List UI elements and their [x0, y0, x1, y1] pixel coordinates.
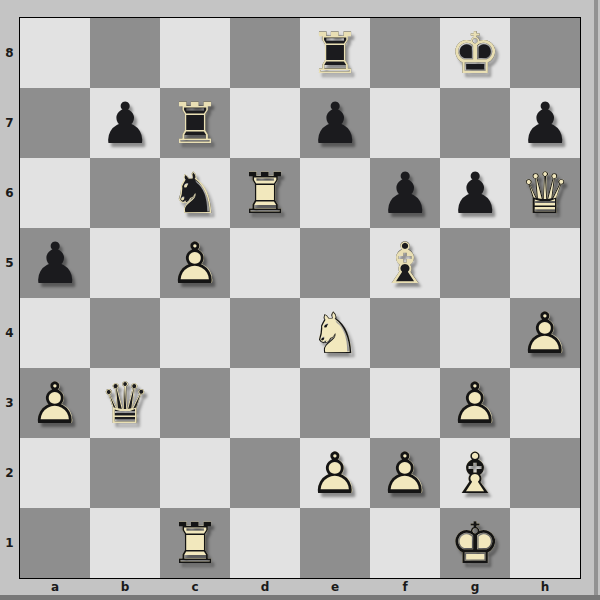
rank-label-3: 3 — [0, 368, 19, 438]
black-rook[interactable]: ♜♖ — [300, 18, 370, 88]
black-pawn[interactable]: ♟♙ — [20, 228, 90, 298]
square-g3[interactable]: ♟♙ — [440, 368, 510, 438]
square-c4[interactable] — [160, 298, 230, 368]
rank-label-1: 1 — [0, 508, 19, 578]
square-h3[interactable] — [510, 368, 580, 438]
file-label-b: b — [90, 579, 160, 595]
white-pawn[interactable]: ♟♙ — [20, 368, 90, 438]
white-pawn[interactable]: ♟♙ — [440, 368, 510, 438]
square-b5[interactable] — [90, 228, 160, 298]
square-f7[interactable] — [370, 88, 440, 158]
square-c3[interactable] — [160, 368, 230, 438]
rank-label-2: 2 — [0, 438, 19, 508]
rank-label-5: 5 — [0, 228, 19, 298]
white-queen[interactable]: ♛♕ — [510, 158, 580, 228]
square-g8[interactable]: ♚♔ — [440, 18, 510, 88]
square-d1[interactable] — [230, 508, 300, 578]
rank-labels: 87654321 — [0, 18, 19, 578]
rank-label-8: 8 — [0, 18, 19, 88]
square-e5[interactable] — [300, 228, 370, 298]
square-a8[interactable] — [20, 18, 90, 88]
black-pawn[interactable]: ♟♙ — [90, 88, 160, 158]
file-label-g: g — [440, 579, 510, 595]
white-king[interactable]: ♚♔ — [440, 508, 510, 578]
file-labels: abcdefgh — [20, 579, 580, 595]
square-f2[interactable]: ♟♙ — [370, 438, 440, 508]
square-g4[interactable] — [440, 298, 510, 368]
square-c6[interactable]: ♞♘ — [160, 158, 230, 228]
square-a1[interactable] — [20, 508, 90, 578]
square-h2[interactable] — [510, 438, 580, 508]
square-e1[interactable] — [300, 508, 370, 578]
square-c7[interactable]: ♜♖ — [160, 88, 230, 158]
square-a4[interactable] — [20, 298, 90, 368]
square-a3[interactable]: ♟♙ — [20, 368, 90, 438]
square-f6[interactable]: ♟♙ — [370, 158, 440, 228]
square-e4[interactable]: ♞♘ — [300, 298, 370, 368]
white-pawn[interactable]: ♟♙ — [300, 438, 370, 508]
square-h7[interactable]: ♟♙ — [510, 88, 580, 158]
square-a5[interactable]: ♟♙ — [20, 228, 90, 298]
rank-label-6: 6 — [0, 158, 19, 228]
square-e8[interactable]: ♜♖ — [300, 18, 370, 88]
square-b8[interactable] — [90, 18, 160, 88]
square-b2[interactable] — [90, 438, 160, 508]
square-h5[interactable] — [510, 228, 580, 298]
square-d8[interactable] — [230, 18, 300, 88]
square-c8[interactable] — [160, 18, 230, 88]
square-b4[interactable] — [90, 298, 160, 368]
black-knight[interactable]: ♞♘ — [160, 158, 230, 228]
white-bishop[interactable]: ♝♗ — [440, 438, 510, 508]
file-label-c: c — [160, 579, 230, 595]
square-d5[interactable] — [230, 228, 300, 298]
square-b3[interactable]: ♛♕ — [90, 368, 160, 438]
rank-label-4: 4 — [0, 298, 19, 368]
white-pawn[interactable]: ♟♙ — [510, 298, 580, 368]
square-d3[interactable] — [230, 368, 300, 438]
black-pawn[interactable]: ♟♙ — [510, 88, 580, 158]
square-f3[interactable] — [370, 368, 440, 438]
square-g1[interactable]: ♚♔ — [440, 508, 510, 578]
square-f1[interactable] — [370, 508, 440, 578]
square-d6[interactable]: ♜♖ — [230, 158, 300, 228]
square-f4[interactable] — [370, 298, 440, 368]
white-pawn[interactable]: ♟♙ — [160, 228, 230, 298]
chess-diagram-frame: 87654321 ♜♖♚♔♟♙♜♖♟♙♟♙♞♘♜♖♟♙♟♙♛♕♟♙♟♙♝♗♞♘♟… — [0, 0, 600, 600]
square-d7[interactable] — [230, 88, 300, 158]
file-label-f: f — [370, 579, 440, 595]
square-f8[interactable] — [370, 18, 440, 88]
square-g6[interactable]: ♟♙ — [440, 158, 510, 228]
square-e7[interactable]: ♟♙ — [300, 88, 370, 158]
white-pawn[interactable]: ♟♙ — [370, 438, 440, 508]
black-pawn[interactable]: ♟♙ — [300, 88, 370, 158]
black-rook[interactable]: ♜♖ — [160, 88, 230, 158]
white-rook[interactable]: ♜♖ — [230, 158, 300, 228]
square-d4[interactable] — [230, 298, 300, 368]
square-h1[interactable] — [510, 508, 580, 578]
square-f5[interactable]: ♝♗ — [370, 228, 440, 298]
black-pawn[interactable]: ♟♙ — [370, 158, 440, 228]
square-h6[interactable]: ♛♕ — [510, 158, 580, 228]
white-knight[interactable]: ♞♘ — [300, 298, 370, 368]
square-g2[interactable]: ♝♗ — [440, 438, 510, 508]
frame-shadow-bottom — [0, 595, 600, 600]
file-label-h: h — [510, 579, 580, 595]
file-label-d: d — [230, 579, 300, 595]
square-d2[interactable] — [230, 438, 300, 508]
frame-shadow-right — [594, 0, 598, 596]
file-label-e: e — [300, 579, 370, 595]
square-a6[interactable] — [20, 158, 90, 228]
black-bishop[interactable]: ♝♗ — [370, 228, 440, 298]
chess-board[interactable]: ♜♖♚♔♟♙♜♖♟♙♟♙♞♘♜♖♟♙♟♙♛♕♟♙♟♙♝♗♞♘♟♙♟♙♛♕♟♙♟♙… — [19, 17, 581, 579]
black-pawn[interactable]: ♟♙ — [440, 158, 510, 228]
rank-label-7: 7 — [0, 88, 19, 158]
square-c1[interactable]: ♜♖ — [160, 508, 230, 578]
black-king[interactable]: ♚♔ — [440, 18, 510, 88]
square-e6[interactable] — [300, 158, 370, 228]
square-a7[interactable] — [20, 88, 90, 158]
white-rook[interactable]: ♜♖ — [160, 508, 230, 578]
square-b6[interactable] — [90, 158, 160, 228]
square-g7[interactable] — [440, 88, 510, 158]
square-e2[interactable]: ♟♙ — [300, 438, 370, 508]
square-e3[interactable] — [300, 368, 370, 438]
square-h8[interactable] — [510, 18, 580, 88]
black-queen[interactable]: ♛♕ — [90, 368, 160, 438]
square-a2[interactable] — [20, 438, 90, 508]
square-c2[interactable] — [160, 438, 230, 508]
file-label-a: a — [20, 579, 90, 595]
square-b1[interactable] — [90, 508, 160, 578]
square-h4[interactable]: ♟♙ — [510, 298, 580, 368]
square-b7[interactable]: ♟♙ — [90, 88, 160, 158]
square-c5[interactable]: ♟♙ — [160, 228, 230, 298]
square-g5[interactable] — [440, 228, 510, 298]
